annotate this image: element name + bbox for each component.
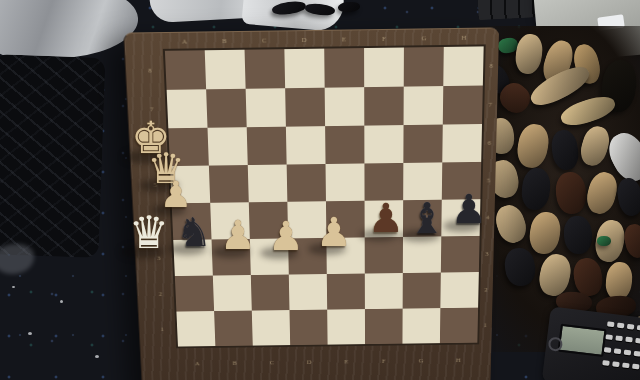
board-square [175, 276, 214, 312]
board-square [442, 124, 482, 162]
coordinate-label: A [182, 38, 187, 45]
phone-lcd-screen [558, 324, 607, 357]
coordinate-label: 1 [160, 326, 164, 332]
coordinate-label: B [232, 360, 237, 366]
coordinate-label: 1 [484, 322, 487, 328]
board-square [284, 49, 324, 89]
chessboard-grid [165, 46, 484, 346]
coordinate-label: D [302, 37, 307, 44]
phone-key [624, 350, 632, 356]
board-square [213, 275, 252, 311]
phone-key [632, 364, 640, 370]
board-square [365, 309, 403, 345]
board-square [324, 48, 364, 88]
quilted-black-bag [0, 54, 105, 258]
board-square [287, 201, 326, 238]
phone-key [605, 334, 613, 340]
coordinate-label: E [344, 359, 348, 365]
coordinate-label: H [456, 357, 461, 363]
board-square [172, 203, 212, 240]
coordinate-label: 3 [157, 255, 161, 261]
board-square [365, 273, 403, 309]
board-square [326, 237, 364, 274]
phone-key [614, 348, 622, 354]
board-square [249, 202, 288, 239]
board-square [404, 47, 444, 87]
coordinate-label: 7 [150, 106, 154, 113]
board-square [440, 308, 478, 344]
board-square [288, 238, 327, 275]
board-square [248, 165, 288, 203]
chessboard-frame: AABBCCDDEEFFGGHH8877665544332211 [123, 27, 499, 380]
phone-key [612, 361, 620, 367]
board-square [167, 89, 208, 128]
coordinate-label: 2 [484, 287, 487, 293]
board-square [285, 88, 325, 127]
board-square [206, 89, 247, 128]
board-square [173, 239, 213, 276]
lint-speck [95, 355, 99, 358]
white-paper-sheet [241, 0, 344, 32]
phone-key [622, 362, 630, 368]
board-square [443, 46, 483, 86]
phone-keypad [601, 321, 640, 380]
coordinate-label: F [382, 358, 386, 364]
board-square [209, 165, 249, 203]
board-square [365, 237, 403, 274]
board-square [168, 128, 209, 166]
phone-key [604, 347, 612, 353]
board-square [365, 200, 404, 237]
phone-key [625, 337, 633, 343]
board-square [252, 310, 290, 345]
board-square [443, 86, 483, 125]
board-square [210, 202, 250, 239]
coordinate-label: 6 [488, 140, 492, 147]
board-square [403, 273, 441, 309]
board-square [326, 201, 365, 238]
coordinate-label: A [195, 361, 200, 367]
board-square [364, 48, 404, 88]
board-square [245, 49, 286, 89]
cordless-phone [542, 306, 640, 380]
coordinate-label: 2 [159, 291, 163, 297]
coordinate-label: 6 [152, 144, 156, 151]
board-square [214, 311, 253, 346]
board-square [325, 87, 365, 126]
lint-speck [12, 286, 15, 288]
board-square [325, 126, 364, 164]
carpet-fuzz [0, 244, 34, 274]
coordinate-label: 7 [489, 101, 493, 108]
board-square [289, 310, 327, 346]
coordinate-label: C [262, 37, 267, 44]
phone-key [635, 338, 640, 344]
coordinate-label: C [270, 360, 274, 366]
board-square [403, 162, 442, 200]
coordinate-label: H [461, 34, 466, 41]
board-square [289, 274, 327, 310]
board-square [176, 311, 215, 346]
board-square [403, 236, 441, 273]
board-square [403, 200, 442, 237]
board-square [250, 238, 289, 275]
board-square [364, 87, 404, 126]
board-square [327, 309, 365, 345]
phone-key [627, 324, 635, 330]
board-square [247, 127, 287, 165]
board-square [440, 272, 478, 308]
coordinate-label: F [382, 35, 386, 42]
board-square [364, 163, 403, 201]
phone-key [634, 351, 640, 357]
coordinate-label: G [421, 35, 426, 42]
board-square [326, 163, 365, 201]
board-square [165, 50, 206, 90]
coordinate-label: D [307, 359, 312, 365]
board-square [441, 199, 480, 236]
coordinate-label: G [419, 358, 424, 364]
coordinate-label: 8 [148, 67, 152, 74]
phone-key [607, 321, 615, 327]
lint-speck [60, 300, 63, 303]
board-square [246, 88, 286, 127]
phone-key [615, 335, 623, 341]
coordinate-label: 4 [155, 219, 159, 225]
board-square [212, 239, 251, 276]
phone-key [617, 323, 625, 329]
board-square [251, 275, 290, 311]
phone-key [602, 360, 610, 366]
coordinate-label: 5 [487, 177, 491, 184]
chessboard: AABBCCDDEEFFGGHH8877665544332211 [123, 27, 499, 380]
board-square [327, 274, 365, 310]
board-square [442, 162, 481, 200]
board-square [404, 86, 444, 125]
coordinate-label: B [222, 38, 227, 45]
board-square [286, 126, 326, 164]
board-square [402, 308, 440, 344]
board-square [205, 50, 246, 90]
board-square [364, 125, 403, 163]
board-square [208, 127, 248, 165]
lint-speck [28, 332, 32, 335]
coordinate-label: E [342, 36, 346, 43]
coordinate-label: 5 [153, 182, 157, 189]
board-square [441, 236, 480, 273]
board-square [170, 166, 210, 204]
board-square [287, 164, 326, 202]
board-square [403, 125, 442, 163]
coordinate-label: 4 [486, 214, 490, 220]
coordinate-label: 8 [489, 62, 493, 69]
coordinate-label: 3 [485, 251, 488, 257]
